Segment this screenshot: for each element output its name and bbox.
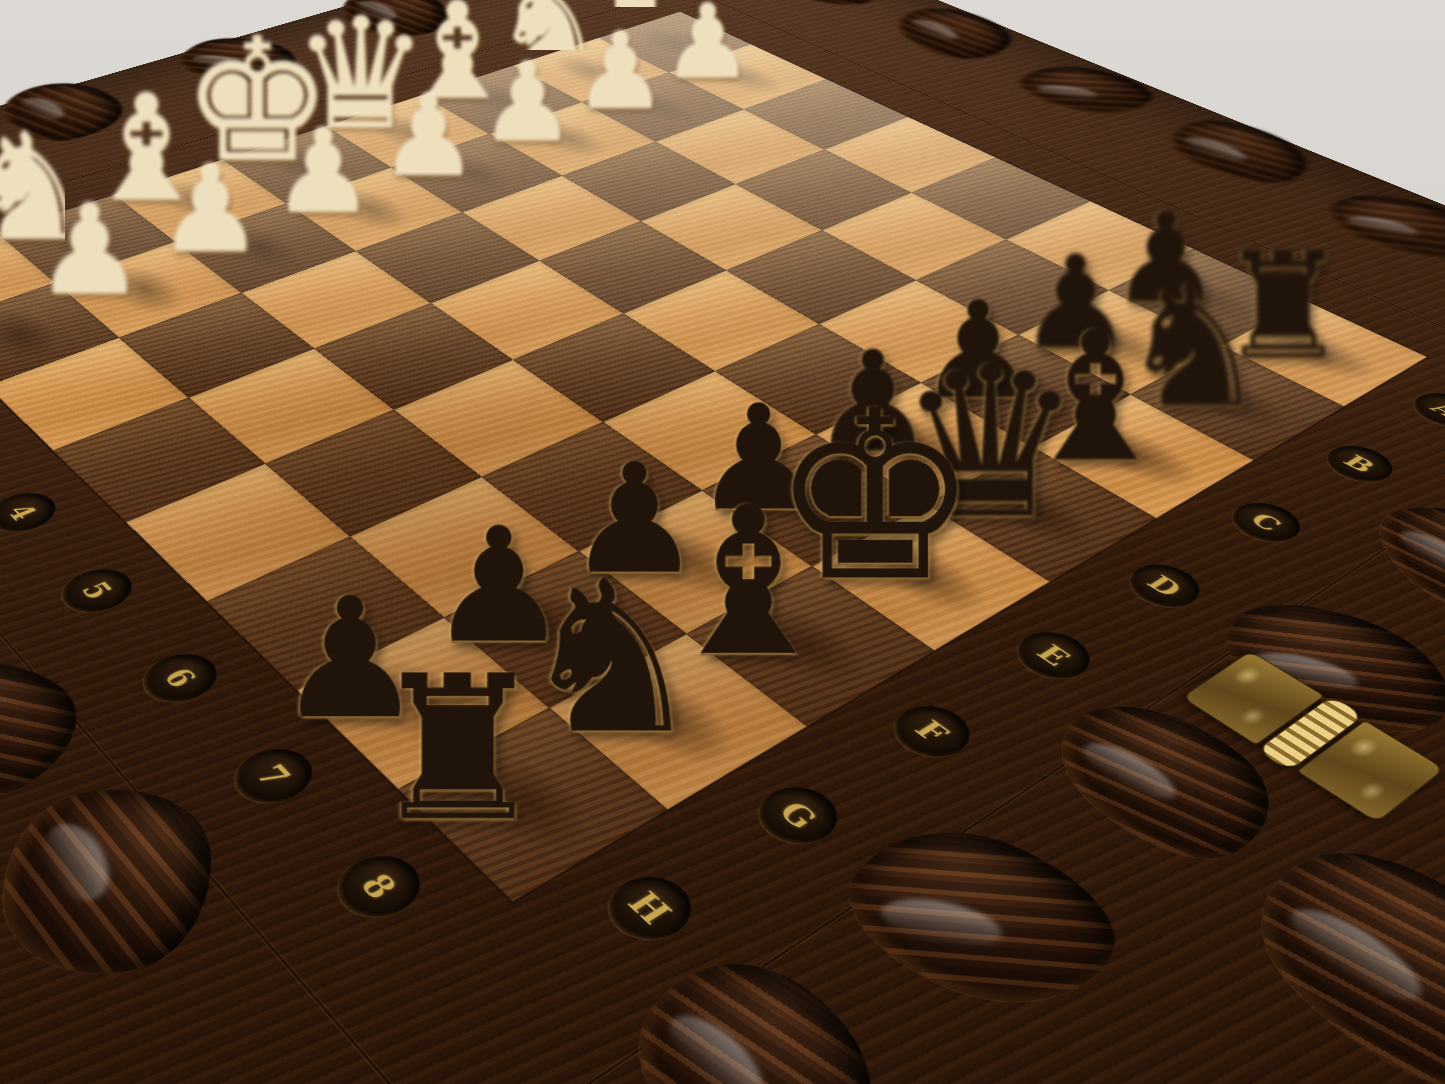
carved-recess (3, 773, 222, 995)
medallion-label: E (1029, 640, 1077, 671)
carved-recess (818, 802, 1140, 1040)
black-rook-h8[interactable]: ♜ (368, 658, 547, 841)
carved-recess (964, 1062, 1332, 1084)
coordinate-medallion-E: E (1003, 623, 1104, 688)
photo-scene: ABCDEFGH12345678 ♜♟♟♜♞♟♟♞♝♟♟♝♛♟♟♛♚♟♟♚♝♟♟… (0, 0, 1445, 1084)
hinge-spring-coil (1254, 695, 1364, 771)
medallion-label: 7 (247, 759, 299, 793)
carved-recess (605, 939, 918, 1084)
coordinate-medallion-D: D (1116, 557, 1213, 616)
medallion-label: G (770, 796, 826, 835)
coordinate-medallion-F: F (879, 696, 984, 767)
medallion-label: 4 (0, 500, 44, 524)
hinge-plate-left (1181, 651, 1324, 745)
medallion-label: A (1425, 399, 1445, 421)
coordinate-medallion-C: C (1219, 495, 1312, 549)
medallion-label: B (1337, 451, 1381, 476)
medallion-label: 8 (351, 867, 406, 906)
coordinate-medallion-4: 4 (0, 486, 66, 540)
carved-recess (1210, 827, 1445, 1084)
carved-recess (0, 633, 116, 823)
coordinate-medallion-6: 6 (131, 645, 230, 712)
hinge-plate-right (1295, 720, 1444, 823)
medallion-label: H (619, 885, 680, 931)
coordinate-medallion-8: 8 (323, 844, 435, 929)
coordinate-medallion-7: 7 (221, 739, 326, 814)
medallion-label: 6 (155, 663, 204, 693)
brass-hinge (1177, 648, 1445, 826)
coordinate-medallion-G: G (743, 776, 853, 855)
carved-recess (756, 0, 903, 13)
medallion-label: F (907, 715, 956, 748)
coordinate-medallion-5: 5 (50, 561, 143, 621)
medallion-label: C (1244, 509, 1288, 535)
coordinate-medallion-B: B (1314, 439, 1404, 489)
carved-recess (1198, 582, 1445, 761)
carved-recess (1024, 683, 1311, 881)
carved-recess (1347, 493, 1445, 637)
medallion-label: D (1140, 571, 1188, 601)
chess-table: ABCDEFGH12345678 ♜♟♟♜♞♟♟♞♝♟♟♝♛♟♟♛♚♟♟♚♝♟♟… (0, 0, 1445, 1084)
medallion-label: 5 (73, 577, 120, 604)
coordinate-medallion-H: H (592, 865, 707, 952)
